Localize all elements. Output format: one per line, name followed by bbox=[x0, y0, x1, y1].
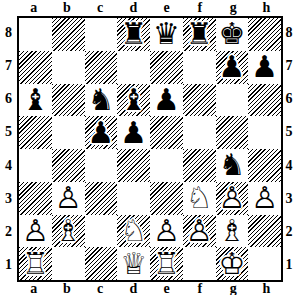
square-c6[interactable]: ♞ bbox=[85, 84, 118, 117]
piece-black-pawn-c5: ♟ bbox=[85, 116, 118, 149]
square-a2[interactable]: ♟♙ bbox=[19, 215, 52, 248]
square-b6[interactable] bbox=[52, 84, 85, 117]
file-labels-bottom: abcdefgh bbox=[17, 282, 283, 295]
piece-outline: ♙ bbox=[55, 183, 82, 213]
piece-outline: ♗ bbox=[55, 216, 82, 246]
square-h1[interactable] bbox=[248, 247, 281, 280]
square-h8[interactable] bbox=[248, 18, 281, 51]
piece-white-pawn-h3: ♟♙ bbox=[248, 182, 281, 215]
piece-outline: ♙ bbox=[153, 216, 180, 246]
square-b2[interactable]: ♝♗ bbox=[52, 215, 85, 248]
square-h2[interactable] bbox=[248, 215, 281, 248]
piece-white-pawn-b3: ♟♙ bbox=[52, 182, 85, 215]
square-h7[interactable]: ♟ bbox=[248, 51, 281, 84]
square-a1[interactable]: ♜♖ bbox=[19, 247, 52, 280]
file-label-h: h bbox=[250, 282, 283, 295]
square-d5[interactable]: ♟ bbox=[117, 116, 150, 149]
piece-body-fill: ♟ bbox=[153, 85, 180, 115]
square-g2[interactable]: ♝♗ bbox=[216, 215, 249, 248]
file-label-h: h bbox=[250, 0, 283, 16]
square-a3[interactable] bbox=[19, 182, 52, 215]
piece-outline: ♙ bbox=[186, 216, 213, 246]
square-e3[interactable] bbox=[150, 182, 183, 215]
piece-white-rook-e1: ♜♖ bbox=[150, 247, 183, 280]
square-e2[interactable]: ♟♙ bbox=[150, 215, 183, 248]
square-h5[interactable] bbox=[248, 116, 281, 149]
square-g8[interactable]: ♚ bbox=[216, 18, 249, 51]
square-b4[interactable] bbox=[52, 149, 85, 182]
file-label-g: g bbox=[217, 0, 250, 16]
piece-black-knight-c6: ♞ bbox=[85, 84, 118, 117]
rank-label-7: 7 bbox=[0, 49, 17, 82]
square-a7[interactable] bbox=[19, 51, 52, 84]
square-d3[interactable] bbox=[117, 182, 150, 215]
square-c5[interactable]: ♟ bbox=[85, 116, 118, 149]
file-label-e: e bbox=[150, 282, 183, 295]
piece-white-pawn-g3: ♟♙ bbox=[216, 182, 249, 215]
rank-labels-right: 87654321 bbox=[283, 16, 295, 282]
square-f7[interactable] bbox=[183, 51, 216, 84]
piece-outline: ♗ bbox=[218, 216, 245, 246]
piece-body-fill: ♝ bbox=[120, 85, 147, 115]
file-label-a: a bbox=[17, 0, 50, 16]
file-label-b: b bbox=[50, 282, 83, 295]
square-g4[interactable]: ♞ bbox=[216, 149, 249, 182]
rank-label-2: 2 bbox=[283, 216, 295, 249]
piece-outline: ♙ bbox=[251, 183, 278, 213]
square-f1[interactable] bbox=[183, 247, 216, 280]
square-b8[interactable] bbox=[52, 18, 85, 51]
square-h4[interactable] bbox=[248, 149, 281, 182]
rank-label-6: 6 bbox=[0, 83, 17, 116]
square-d6[interactable]: ♝ bbox=[117, 84, 150, 117]
piece-white-bishop-g2: ♝♗ bbox=[216, 215, 249, 248]
square-d8[interactable]: ♜ bbox=[117, 18, 150, 51]
file-label-b: b bbox=[50, 0, 83, 16]
piece-black-queen-e8: ♛ bbox=[150, 18, 183, 51]
piece-white-king-g1: ♚♔ bbox=[216, 247, 249, 280]
piece-black-bishop-d6: ♝ bbox=[117, 84, 150, 117]
file-label-f: f bbox=[183, 0, 216, 16]
square-e4[interactable] bbox=[150, 149, 183, 182]
rank-label-8: 8 bbox=[283, 16, 295, 49]
file-label-f: f bbox=[183, 282, 216, 295]
piece-outline: ♘ bbox=[186, 183, 213, 213]
rank-label-3: 3 bbox=[283, 182, 295, 215]
square-f4[interactable] bbox=[183, 149, 216, 182]
file-label-a: a bbox=[17, 282, 50, 295]
piece-white-rook-a1: ♜♖ bbox=[19, 247, 52, 280]
square-c2[interactable] bbox=[85, 215, 118, 248]
piece-outline: ♔ bbox=[218, 249, 245, 279]
square-a5[interactable] bbox=[19, 116, 52, 149]
square-g7[interactable]: ♟ bbox=[216, 51, 249, 84]
piece-outline: ♙ bbox=[218, 183, 245, 213]
square-b7[interactable] bbox=[52, 51, 85, 84]
piece-body-fill: ♞ bbox=[87, 85, 114, 115]
file-label-c: c bbox=[84, 282, 117, 295]
rank-label-1: 1 bbox=[283, 249, 295, 282]
rank-label-3: 3 bbox=[0, 182, 17, 215]
rank-label-4: 4 bbox=[283, 149, 295, 182]
piece-body-fill: ♟ bbox=[120, 118, 147, 148]
chess-board-diagram: abcdefgh 87654321 ♜♛♜♚♟♟♝♞♝♟♟♟♞♟♙♞♘♟♙♟♙♟… bbox=[0, 0, 295, 295]
square-e5[interactable] bbox=[150, 116, 183, 149]
square-c4[interactable] bbox=[85, 149, 118, 182]
file-label-e: e bbox=[150, 0, 183, 16]
square-h3[interactable]: ♟♙ bbox=[248, 182, 281, 215]
square-e7[interactable] bbox=[150, 51, 183, 84]
piece-body-fill: ♚ bbox=[218, 19, 245, 49]
rank-label-5: 5 bbox=[283, 116, 295, 149]
piece-black-pawn-h7: ♟ bbox=[248, 51, 281, 84]
piece-black-pawn-g7: ♟ bbox=[216, 51, 249, 84]
square-g1[interactable]: ♚♔ bbox=[216, 247, 249, 280]
piece-body-fill: ♜ bbox=[120, 19, 147, 49]
piece-black-rook-f8: ♜ bbox=[183, 18, 216, 51]
file-label-g: g bbox=[217, 282, 250, 295]
rank-label-2: 2 bbox=[0, 216, 17, 249]
square-f2[interactable]: ♟♙ bbox=[183, 215, 216, 248]
piece-white-knight-d2: ♞♘ bbox=[117, 215, 150, 248]
square-b1[interactable] bbox=[52, 247, 85, 280]
rank-label-5: 5 bbox=[0, 116, 17, 149]
square-d4[interactable] bbox=[117, 149, 150, 182]
square-e6[interactable]: ♟ bbox=[150, 84, 183, 117]
piece-outline: ♖ bbox=[22, 249, 49, 279]
piece-body-fill: ♞ bbox=[218, 150, 245, 180]
piece-white-bishop-b2: ♝♗ bbox=[52, 215, 85, 248]
piece-body-fill: ♟ bbox=[87, 118, 114, 148]
rank-label-7: 7 bbox=[283, 49, 295, 82]
square-a6[interactable]: ♝ bbox=[19, 84, 52, 117]
rank-label-8: 8 bbox=[0, 16, 17, 49]
square-g5[interactable] bbox=[216, 116, 249, 149]
piece-outline: ♕ bbox=[120, 249, 147, 279]
piece-outline: ♘ bbox=[120, 216, 147, 246]
square-f8[interactable]: ♜ bbox=[183, 18, 216, 51]
piece-body-fill: ♛ bbox=[153, 19, 180, 49]
square-c3[interactable] bbox=[85, 182, 118, 215]
piece-white-pawn-e2: ♟♙ bbox=[150, 215, 183, 248]
square-e1[interactable]: ♜♖ bbox=[150, 247, 183, 280]
piece-white-knight-f3: ♞♘ bbox=[183, 182, 216, 215]
piece-white-pawn-a2: ♟♙ bbox=[19, 215, 52, 248]
square-g3[interactable]: ♟♙ bbox=[216, 182, 249, 215]
piece-body-fill: ♟ bbox=[218, 52, 245, 82]
piece-black-king-g8: ♚ bbox=[216, 18, 249, 51]
file-labels-top: abcdefgh bbox=[17, 0, 283, 16]
square-d1[interactable]: ♛♕ bbox=[117, 247, 150, 280]
square-g6[interactable] bbox=[216, 84, 249, 117]
square-d7[interactable] bbox=[117, 51, 150, 84]
square-b5[interactable] bbox=[52, 116, 85, 149]
piece-black-knight-g4: ♞ bbox=[216, 149, 249, 182]
piece-body-fill: ♝ bbox=[22, 85, 49, 115]
square-c8[interactable] bbox=[85, 18, 118, 51]
square-d2[interactable]: ♞♘ bbox=[117, 215, 150, 248]
piece-body-fill: ♜ bbox=[186, 19, 213, 49]
rank-label-4: 4 bbox=[0, 149, 17, 182]
piece-white-queen-d1: ♛♕ bbox=[117, 247, 150, 280]
piece-outline: ♙ bbox=[22, 216, 49, 246]
square-c1[interactable] bbox=[85, 247, 118, 280]
rank-label-1: 1 bbox=[0, 249, 17, 282]
rank-label-6: 6 bbox=[283, 83, 295, 116]
rank-labels-left: 87654321 bbox=[0, 16, 17, 282]
piece-black-rook-d8: ♜ bbox=[117, 18, 150, 51]
file-label-c: c bbox=[84, 0, 117, 16]
square-c7[interactable] bbox=[85, 51, 118, 84]
square-h6[interactable] bbox=[248, 84, 281, 117]
chess-board: ♜♛♜♚♟♟♝♞♝♟♟♟♞♟♙♞♘♟♙♟♙♟♙♝♗♞♘♟♙♟♙♝♗♜♖♛♕♜♖♚… bbox=[17, 16, 283, 282]
piece-black-bishop-a6: ♝ bbox=[19, 84, 52, 117]
square-a4[interactable] bbox=[19, 149, 52, 182]
square-e8[interactable]: ♛ bbox=[150, 18, 183, 51]
square-f5[interactable] bbox=[183, 116, 216, 149]
file-label-d: d bbox=[117, 0, 150, 16]
square-b3[interactable]: ♟♙ bbox=[52, 182, 85, 215]
square-f6[interactable] bbox=[183, 84, 216, 117]
piece-black-pawn-d5: ♟ bbox=[117, 116, 150, 149]
piece-black-pawn-e6: ♟ bbox=[150, 84, 183, 117]
piece-outline: ♖ bbox=[153, 249, 180, 279]
piece-white-pawn-f2: ♟♙ bbox=[183, 215, 216, 248]
piece-body-fill: ♟ bbox=[251, 52, 278, 82]
file-label-d: d bbox=[117, 282, 150, 295]
square-a8[interactable] bbox=[19, 18, 52, 51]
square-f3[interactable]: ♞♘ bbox=[183, 182, 216, 215]
